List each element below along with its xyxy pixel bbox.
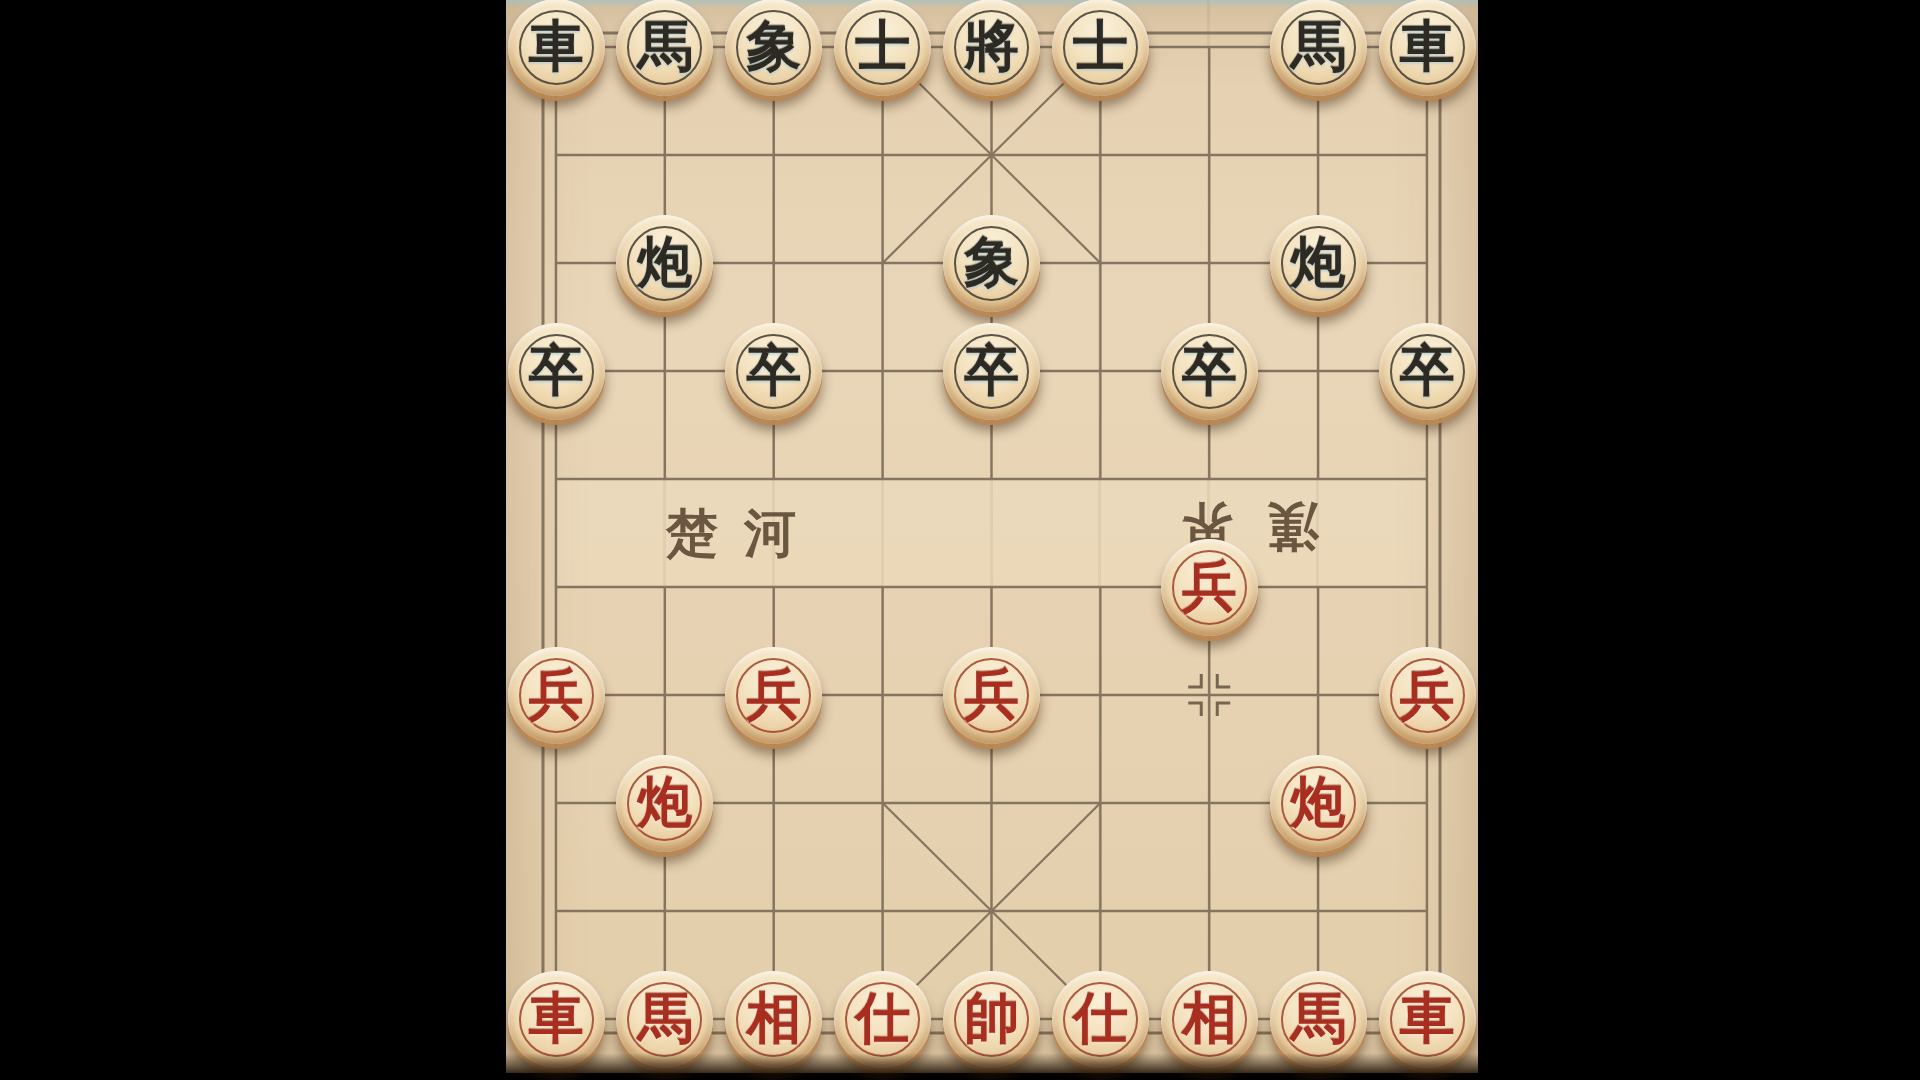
- piece-red-advisor[interactable]: 仕: [834, 971, 931, 1068]
- piece-red-cannon[interactable]: 炮: [616, 755, 713, 852]
- piece-glyph: 象: [746, 19, 801, 74]
- piece-glyph: 卒: [746, 343, 801, 398]
- piece-glyph: 車: [1400, 991, 1455, 1046]
- piece-black-soldier[interactable]: 卒: [725, 323, 822, 420]
- piece-red-cannon[interactable]: 炮: [1270, 755, 1367, 852]
- piece-black-elephant[interactable]: 象: [725, 0, 822, 96]
- piece-glyph: 炮: [1291, 775, 1346, 830]
- piece-black-horse[interactable]: 馬: [616, 0, 713, 96]
- app-background: 楚河 漢界 車馬象士將士馬車炮象炮卒卒卒卒卒兵兵兵兵兵炮炮車馬相仕帥仕相馬車: [0, 0, 1920, 1080]
- board-grid: [506, 0, 1478, 1073]
- piece-glyph: 仕: [855, 991, 910, 1046]
- piece-glyph: 士: [855, 19, 910, 74]
- piece-glyph: 車: [529, 19, 584, 74]
- piece-black-elephant[interactable]: 象: [943, 215, 1040, 312]
- piece-glyph: 馬: [1291, 19, 1346, 74]
- piece-black-horse[interactable]: 馬: [1270, 0, 1367, 96]
- piece-glyph: 馬: [637, 19, 692, 74]
- piece-glyph: 卒: [1400, 343, 1455, 398]
- piece-glyph: 仕: [1073, 991, 1128, 1046]
- piece-red-horse[interactable]: 馬: [616, 971, 713, 1068]
- piece-glyph: 象: [964, 235, 1019, 290]
- piece-glyph: 卒: [1182, 343, 1237, 398]
- piece-red-chariot[interactable]: 車: [1379, 971, 1476, 1068]
- piece-black-advisor[interactable]: 士: [1052, 0, 1149, 96]
- piece-black-soldier[interactable]: 卒: [943, 323, 1040, 420]
- piece-red-soldier[interactable]: 兵: [1161, 539, 1258, 636]
- piece-glyph: 車: [529, 991, 584, 1046]
- piece-glyph: 車: [1400, 19, 1455, 74]
- piece-red-soldier[interactable]: 兵: [508, 647, 605, 744]
- piece-black-soldier[interactable]: 卒: [508, 323, 605, 420]
- piece-red-advisor[interactable]: 仕: [1052, 971, 1149, 1068]
- piece-black-chariot[interactable]: 車: [1379, 0, 1476, 96]
- piece-black-soldier[interactable]: 卒: [1161, 323, 1258, 420]
- piece-red-soldier[interactable]: 兵: [943, 647, 1040, 744]
- piece-red-horse[interactable]: 馬: [1270, 971, 1367, 1068]
- piece-glyph: 兵: [746, 667, 801, 722]
- piece-glyph: 帥: [964, 991, 1019, 1046]
- piece-black-chariot[interactable]: 車: [508, 0, 605, 96]
- xiangqi-board[interactable]: 楚河 漢界 車馬象士將士馬車炮象炮卒卒卒卒卒兵兵兵兵兵炮炮車馬相仕帥仕相馬車: [506, 0, 1478, 1073]
- piece-glyph: 馬: [1291, 991, 1346, 1046]
- piece-black-general[interactable]: 將: [943, 0, 1040, 96]
- piece-glyph: 相: [746, 991, 801, 1046]
- piece-glyph: 炮: [637, 235, 692, 290]
- piece-glyph: 兵: [529, 667, 584, 722]
- piece-glyph: 兵: [964, 667, 1019, 722]
- piece-black-soldier[interactable]: 卒: [1379, 323, 1476, 420]
- piece-glyph: 相: [1182, 991, 1237, 1046]
- piece-glyph: 卒: [964, 343, 1019, 398]
- piece-glyph: 炮: [1291, 235, 1346, 290]
- piece-glyph: 炮: [637, 775, 692, 830]
- piece-red-chariot[interactable]: 車: [508, 971, 605, 1068]
- piece-red-soldier[interactable]: 兵: [725, 647, 822, 744]
- piece-black-advisor[interactable]: 士: [834, 0, 931, 96]
- piece-red-general[interactable]: 帥: [943, 971, 1040, 1068]
- piece-glyph: 兵: [1400, 667, 1455, 722]
- piece-glyph: 將: [964, 19, 1019, 74]
- piece-glyph: 兵: [1182, 559, 1237, 614]
- piece-glyph: 士: [1073, 19, 1128, 74]
- piece-red-elephant[interactable]: 相: [725, 971, 822, 1068]
- piece-black-cannon[interactable]: 炮: [1270, 215, 1367, 312]
- piece-red-elephant[interactable]: 相: [1161, 971, 1258, 1068]
- piece-black-cannon[interactable]: 炮: [616, 215, 713, 312]
- piece-glyph: 卒: [529, 343, 584, 398]
- piece-glyph: 馬: [637, 991, 692, 1046]
- piece-red-soldier[interactable]: 兵: [1379, 647, 1476, 744]
